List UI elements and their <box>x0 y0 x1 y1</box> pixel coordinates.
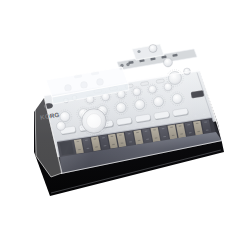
rear-jack-hole <box>137 50 140 53</box>
volume-knob <box>149 45 157 53</box>
knob <box>164 58 173 67</box>
synth-device: KORG <box>34 44 224 196</box>
product-photo: KORG <box>0 0 240 240</box>
